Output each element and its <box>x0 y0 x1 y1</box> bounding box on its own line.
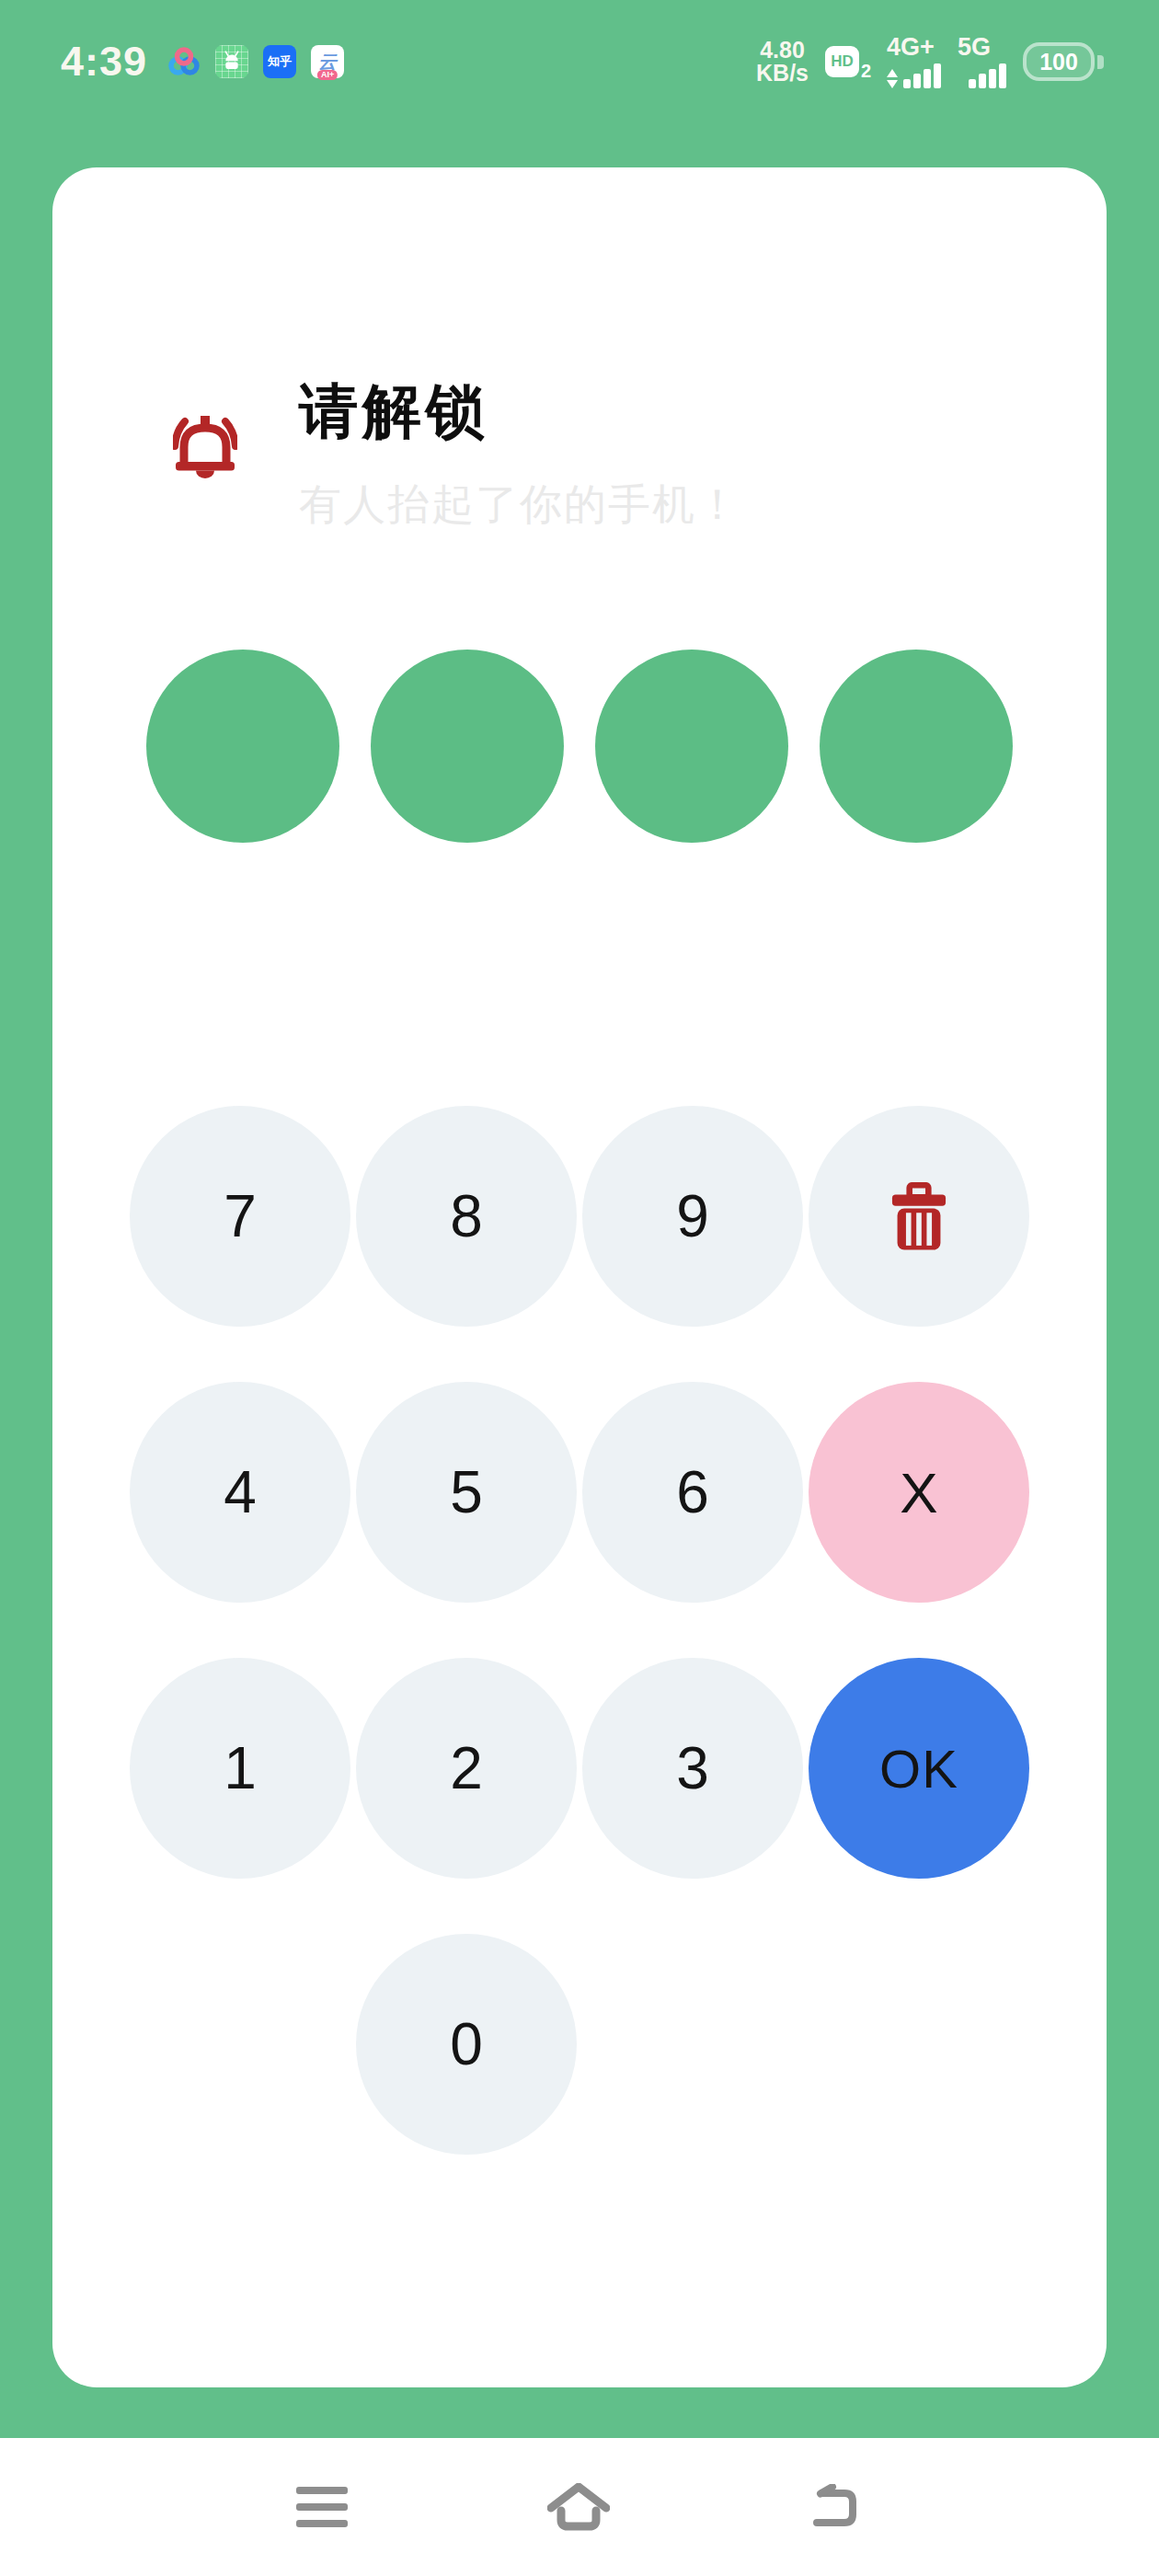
key-6[interactable]: 6 <box>582 1382 803 1603</box>
key-ok[interactable]: OK <box>809 1658 1029 1879</box>
hd-sim-number: 2 <box>861 61 871 82</box>
pin-keypad: 7 8 9 4 5 6 X 1 2 3 OK 0 <box>130 1106 1029 2155</box>
key-0[interactable]: 0 <box>356 1934 577 2155</box>
network-speed-value: 4.80 <box>756 39 809 63</box>
sim2-signal-bars <box>969 63 1006 88</box>
network-speed-unit: KB/s <box>756 62 809 86</box>
key-delete[interactable] <box>809 1106 1029 1327</box>
key-1[interactable]: 1 <box>130 1658 350 1879</box>
notification-icons: 知乎 云 AI+ <box>167 45 344 78</box>
key-5[interactable]: 5 <box>356 1382 577 1603</box>
alarm-bell-icon <box>173 416 237 480</box>
pin-dot <box>146 650 339 843</box>
trash-icon <box>891 1182 947 1250</box>
data-activity-arrows-icon <box>887 69 898 88</box>
unlock-card: 请解锁 有人抬起了你的手机！ 7 8 9 4 5 6 X 1 2 3 OK 0 <box>52 167 1107 2387</box>
pin-dot <box>371 650 564 843</box>
pin-dots <box>52 650 1107 843</box>
key-7[interactable]: 7 <box>130 1106 350 1327</box>
clock: 4:39 <box>61 38 147 86</box>
android-app-icon <box>215 45 248 78</box>
volte-hd-icon: HD 2 <box>825 46 859 77</box>
rings-app-icon <box>167 45 201 78</box>
status-bar-right: 4.80 KB/s HD 2 4G+ 5G 100 <box>756 35 1104 88</box>
key-8[interactable]: 8 <box>356 1106 577 1327</box>
status-bar-left: 4:39 知乎 云 <box>61 38 344 86</box>
unlock-title: 请解锁 <box>299 372 489 452</box>
recents-menu-icon[interactable] <box>296 2487 348 2527</box>
zhihu-app-icon: 知乎 <box>263 45 296 78</box>
back-icon[interactable] <box>809 2484 861 2530</box>
battery-icon: 100 <box>1023 42 1104 81</box>
unlock-subtitle: 有人抬起了你的手机！ <box>299 477 740 534</box>
hd-label: HD <box>825 46 859 77</box>
cloud-ai-app-icon: 云 AI+ <box>311 45 344 78</box>
sim2-signal: 5G <box>958 35 1006 88</box>
key-3[interactable]: 3 <box>582 1658 803 1879</box>
status-bar: 4:39 知乎 云 <box>0 22 1159 101</box>
battery-level: 100 <box>1023 42 1095 81</box>
network-speed: 4.80 KB/s <box>756 39 809 86</box>
key-4[interactable]: 4 <box>130 1382 350 1603</box>
sim2-network-label: 5G <box>958 35 991 60</box>
sim1-signal-bars <box>887 63 941 88</box>
sim1-signal: 4G+ <box>887 35 941 88</box>
cloud-ai-badge: AI+ <box>317 70 338 80</box>
pin-dot <box>595 650 788 843</box>
system-navigation-bar <box>0 2438 1159 2576</box>
key-2[interactable]: 2 <box>356 1658 577 1879</box>
key-9[interactable]: 9 <box>582 1106 803 1327</box>
pin-dot <box>820 650 1013 843</box>
key-cancel[interactable]: X <box>809 1382 1029 1603</box>
battery-nub <box>1097 55 1104 69</box>
sim1-network-label: 4G+ <box>887 35 935 60</box>
zhihu-label: 知乎 <box>268 53 292 70</box>
home-icon[interactable] <box>547 2483 610 2531</box>
